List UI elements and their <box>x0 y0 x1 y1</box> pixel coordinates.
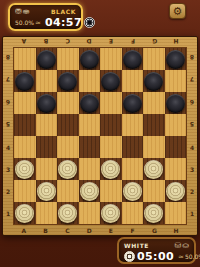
square-a2 <box>14 180 36 202</box>
square-d6[interactable] <box>79 92 101 114</box>
square-d1 <box>79 202 101 224</box>
square-b1 <box>36 202 58 224</box>
square-h8[interactable] <box>165 48 187 70</box>
square-g2 <box>143 180 165 202</box>
white-man-g1[interactable] <box>144 204 163 223</box>
checkers-board: ABCDEFGH ABCDEFGH 87654321 87654321 <box>2 36 198 236</box>
game-screen: ⛃ ⛂ BLACK 50.0% ≈ 04:57 ⚙ ABCDEFGH ABCDE… <box>0 0 200 267</box>
gear-icon: ⚙ <box>173 6 183 17</box>
square-g4 <box>143 136 165 158</box>
square-a4 <box>14 136 36 158</box>
square-f3 <box>122 158 144 180</box>
white-man-b2[interactable] <box>37 182 56 201</box>
square-d5 <box>79 114 101 136</box>
square-c7[interactable] <box>57 70 79 92</box>
square-b8[interactable] <box>36 48 58 70</box>
board-grid <box>13 47 187 225</box>
file-label: D <box>78 225 100 235</box>
file-label: C <box>57 37 79 47</box>
rank-label: 6 <box>3 92 13 114</box>
black-man-f6[interactable] <box>123 94 142 113</box>
black-man-h8[interactable] <box>166 50 185 69</box>
file-label: A <box>13 37 35 47</box>
rank-label: 7 <box>187 69 197 91</box>
square-h5 <box>165 114 187 136</box>
black-man-g7[interactable] <box>144 72 163 91</box>
black-man-e7[interactable] <box>101 72 120 91</box>
black-player-label: BLACK <box>51 8 76 15</box>
square-g7[interactable] <box>143 70 165 92</box>
rank-label: 4 <box>187 136 197 158</box>
file-label: C <box>57 225 79 235</box>
square-d4[interactable] <box>79 136 101 158</box>
rank-label: 8 <box>3 47 13 69</box>
square-e2 <box>100 180 122 202</box>
square-a8 <box>14 48 36 70</box>
square-g6 <box>143 92 165 114</box>
square-h7 <box>165 70 187 92</box>
rank-label: 5 <box>187 114 197 136</box>
file-label: G <box>144 37 166 47</box>
square-b6[interactable] <box>36 92 58 114</box>
square-a5[interactable] <box>14 114 36 136</box>
square-c8 <box>57 48 79 70</box>
black-timer: 04:57 <box>45 16 82 29</box>
square-a7[interactable] <box>14 70 36 92</box>
rank-label: 7 <box>3 69 13 91</box>
black-win-rate: 50.0% <box>15 19 34 26</box>
file-label: F <box>122 225 144 235</box>
rank-labels-left: 87654321 <box>3 47 13 225</box>
square-a3[interactable] <box>14 158 36 180</box>
black-man-piece-icon: ⛂ <box>23 8 30 16</box>
white-win-rate: 50.0% <box>185 253 200 260</box>
square-h4[interactable] <box>165 136 187 158</box>
rank-label: 3 <box>187 158 197 180</box>
black-king-piece-icon: ⛃ <box>15 8 22 16</box>
square-h2[interactable] <box>165 180 187 202</box>
file-label: H <box>165 225 187 235</box>
rank-label: 2 <box>187 181 197 203</box>
square-b5 <box>36 114 58 136</box>
file-labels-bottom: ABCDEFGH <box>13 225 187 235</box>
white-player-label: WHITE <box>124 242 149 249</box>
black-man-h6[interactable] <box>166 94 185 113</box>
square-d7 <box>79 70 101 92</box>
white-man-g3[interactable] <box>144 160 163 179</box>
rank-label: 3 <box>3 158 13 180</box>
rank-label: 5 <box>3 114 13 136</box>
square-e8 <box>100 48 122 70</box>
white-man-h2[interactable] <box>166 182 185 201</box>
square-b2[interactable] <box>36 180 58 202</box>
square-e6 <box>100 92 122 114</box>
square-e5[interactable] <box>100 114 122 136</box>
black-man-c7[interactable] <box>58 72 77 91</box>
white-man-e1[interactable] <box>101 204 120 223</box>
rank-label: 4 <box>3 136 13 158</box>
rank-label: 1 <box>3 203 13 225</box>
settings-button[interactable]: ⚙ <box>169 3 186 19</box>
square-e4 <box>100 136 122 158</box>
black-man-f8[interactable] <box>123 50 142 69</box>
square-c5[interactable] <box>57 114 79 136</box>
square-e1[interactable] <box>100 202 122 224</box>
square-c4 <box>57 136 79 158</box>
square-d2[interactable] <box>79 180 101 202</box>
square-c6 <box>57 92 79 114</box>
file-label: E <box>100 37 122 47</box>
square-c2 <box>57 180 79 202</box>
black-man-b8[interactable] <box>37 50 56 69</box>
file-label: D <box>78 37 100 47</box>
black-man-a7[interactable] <box>15 72 34 91</box>
file-label: B <box>35 37 57 47</box>
square-g1[interactable] <box>143 202 165 224</box>
file-label: E <box>100 225 122 235</box>
square-d8[interactable] <box>79 48 101 70</box>
trend-icon-white: ≈ <box>178 253 184 261</box>
black-man-d8[interactable] <box>80 50 99 69</box>
square-f4[interactable] <box>122 136 144 158</box>
square-f5 <box>122 114 144 136</box>
square-b4[interactable] <box>36 136 58 158</box>
square-f2[interactable] <box>122 180 144 202</box>
square-g5[interactable] <box>143 114 165 136</box>
white-man-f2[interactable] <box>123 182 142 201</box>
square-a1[interactable] <box>14 202 36 224</box>
white-man-piece-icon: ⛀ <box>182 242 189 250</box>
square-a6 <box>14 92 36 114</box>
file-label: H <box>165 37 187 47</box>
white-timer: 05:00 <box>137 250 174 263</box>
square-h6[interactable] <box>165 92 187 114</box>
rank-labels-right: 87654321 <box>187 47 197 225</box>
white-man-a3[interactable] <box>15 160 34 179</box>
rank-label: 1 <box>187 203 197 225</box>
square-c3[interactable] <box>57 158 79 180</box>
white-man-e3[interactable] <box>101 160 120 179</box>
rank-label: 2 <box>3 181 13 203</box>
file-labels-top: ABCDEFGH <box>13 37 187 47</box>
rank-label: 6 <box>187 92 197 114</box>
black-player-panel: ⛃ ⛂ BLACK 50.0% ≈ 04:57 <box>8 3 83 31</box>
file-label: G <box>144 225 166 235</box>
square-c1[interactable] <box>57 202 79 224</box>
square-e3[interactable] <box>100 158 122 180</box>
white-player-panel: WHITE ⛁ ⛀ 05:00 ≈ 50.0% <box>117 237 196 264</box>
white-man-c1[interactable] <box>58 204 77 223</box>
white-piece-icon <box>124 251 135 262</box>
white-man-c3[interactable] <box>58 160 77 179</box>
square-g3[interactable] <box>143 158 165 180</box>
file-label: F <box>122 37 144 47</box>
square-f1 <box>122 202 144 224</box>
square-b7 <box>36 70 58 92</box>
black-piece-icon <box>84 17 95 28</box>
rank-label: 8 <box>187 47 197 69</box>
white-man-a1[interactable] <box>15 204 34 223</box>
trend-icon: ≈ <box>35 19 41 27</box>
square-h1 <box>165 202 187 224</box>
square-b3 <box>36 158 58 180</box>
square-d3 <box>79 158 101 180</box>
file-label: B <box>35 225 57 235</box>
square-f7 <box>122 70 144 92</box>
square-f6[interactable] <box>122 92 144 114</box>
square-e7[interactable] <box>100 70 122 92</box>
square-f8[interactable] <box>122 48 144 70</box>
white-king-piece-icon: ⛁ <box>175 242 182 250</box>
black-man-d6[interactable] <box>80 94 99 113</box>
file-label: A <box>13 225 35 235</box>
square-h3 <box>165 158 187 180</box>
square-g8 <box>143 48 165 70</box>
white-man-d2[interactable] <box>80 182 99 201</box>
black-man-b6[interactable] <box>37 94 56 113</box>
